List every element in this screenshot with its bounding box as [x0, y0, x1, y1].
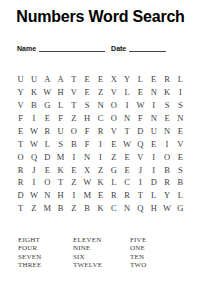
grid-cell-r5c4: U [54, 125, 67, 138]
grid-cell-r7c12: O [160, 150, 173, 163]
grid-cell-r9c7: K [94, 176, 107, 189]
grid-cell-r10c1: D [14, 189, 27, 202]
grid-cell-r7c2: Q [27, 150, 40, 163]
grid-cell-r3c8: O [107, 99, 120, 112]
grid-cell-r8c7: Z [94, 163, 107, 176]
grid-cell-r3c6: S [81, 99, 94, 112]
grid-cell-r6c2: W [27, 138, 40, 151]
grid-cell-r4c11: N [147, 112, 160, 125]
grid-cell-r3c10: W [134, 99, 147, 112]
grid-cell-r7c4: M [54, 150, 67, 163]
grid-cell-r10c2: W [27, 189, 40, 202]
grid-cell-r7c10: V [134, 150, 147, 163]
grid-cell-r8c9: E [120, 163, 133, 176]
grid-cell-r9c4: T [54, 176, 67, 189]
grid-cell-r10c12: Y [160, 189, 173, 202]
grid-cell-r1c1: U [14, 73, 27, 86]
grid-cell-r9c1: R [14, 176, 27, 189]
grid-cell-r6c10: Q [134, 138, 147, 151]
grid-cell-r1c2: U [27, 73, 40, 86]
grid-cell-r10c13: L [174, 189, 187, 202]
letter-grid: UUAATEEXYLERLYKWHVEZVLENKIVBGLTSNOIWISSF… [14, 73, 187, 215]
grid-cell-r11c13: G [174, 202, 187, 215]
word-three: THREE [18, 261, 73, 269]
grid-cell-r5c10: D [134, 125, 147, 138]
grid-cell-r6c1: T [14, 138, 27, 151]
grid-cell-r1c3: A [41, 73, 54, 86]
grid-cell-r10c3: N [41, 189, 54, 202]
grid-cell-r1c9: Y [120, 73, 133, 86]
grid-cell-r4c8: O [107, 112, 120, 125]
worksheet-page: Numbers Word Search Name Date UUAATEEXYL… [0, 0, 201, 282]
date-blank-line[interactable] [129, 44, 166, 52]
grid-cell-r9c3: O [41, 176, 54, 189]
grid-cell-r2c11: N [147, 86, 160, 99]
grid-cell-r10c7: E [94, 189, 107, 202]
grid-cell-r11c5: Z [67, 202, 80, 215]
grid-cell-r1c8: X [107, 73, 120, 86]
grid-cell-r8c6: X [81, 163, 94, 176]
grid-cell-r2c4: H [54, 86, 67, 99]
word-column-2: ELEVENNINESIXTWELVE [73, 236, 130, 270]
grid-cell-r3c11: I [147, 99, 160, 112]
grid-cell-r8c11: I [147, 163, 160, 176]
grid-cell-r4c13: N [174, 112, 187, 125]
word-ten: TEN [130, 253, 170, 261]
grid-cell-r8c8: G [107, 163, 120, 176]
grid-cell-r2c2: K [27, 86, 40, 99]
word-eleven: ELEVEN [73, 236, 130, 244]
grid-cell-r11c12: W [160, 202, 173, 215]
word-nine: NINE [73, 244, 130, 252]
grid-cell-r2c5: V [67, 86, 80, 99]
grid-cell-r7c8: Z [107, 150, 120, 163]
grid-cell-r3c3: G [41, 99, 54, 112]
word-seven: SEVEN [18, 253, 73, 261]
grid-cell-r6c8: E [107, 138, 120, 151]
grid-cell-r7c7: I [94, 150, 107, 163]
grid-cell-r6c3: L [41, 138, 54, 151]
grid-cell-r11c9: N [120, 202, 133, 215]
grid-cell-r9c8: L [107, 176, 120, 189]
word-five: FIVE [130, 236, 170, 244]
grid-cell-r6c13: V [174, 138, 187, 151]
grid-cell-r2c7: Z [94, 86, 107, 99]
grid-cell-r3c12: S [160, 99, 173, 112]
grid-cell-r4c4: F [54, 112, 67, 125]
grid-cell-r5c3: R [41, 125, 54, 138]
grid-cell-r5c2: W [27, 125, 40, 138]
grid-cell-r6c9: W [120, 138, 133, 151]
grid-cell-r4c10: F [134, 112, 147, 125]
grid-cell-r4c1: F [14, 112, 27, 125]
grid-cell-r1c13: L [174, 73, 187, 86]
word-two: TWO [130, 261, 170, 269]
grid-cell-r5c5: O [67, 125, 80, 138]
grid-cell-r8c1: R [14, 163, 27, 176]
grid-cell-r3c9: I [120, 99, 133, 112]
grid-cell-r2c6: E [81, 86, 94, 99]
grid-cell-r9c5: Z [67, 176, 80, 189]
grid-cell-r2c9: L [120, 86, 133, 99]
grid-cell-r7c6: N [81, 150, 94, 163]
grid-cell-r3c13: S [174, 99, 187, 112]
grid-cell-r1c5: T [67, 73, 80, 86]
grid-cell-r9c9: C [120, 176, 133, 189]
grid-cell-r7c3: D [41, 150, 54, 163]
grid-cell-r4c5: Z [67, 112, 80, 125]
grid-cell-r2c8: V [107, 86, 120, 99]
grid-cell-r9c2: I [27, 176, 40, 189]
grid-cell-r1c10: L [134, 73, 147, 86]
grid-cell-r11c3: M [41, 202, 54, 215]
grid-cell-r4c7: C [94, 112, 107, 125]
grid-cell-r7c9: E [120, 150, 133, 163]
grid-cell-r11c2: Z [27, 202, 40, 215]
grid-cell-r8c2: J [27, 163, 40, 176]
grid-cell-r11c4: B [54, 202, 67, 215]
grid-cell-r9c6: W [81, 176, 94, 189]
grid-cell-r4c9: N [120, 112, 133, 125]
grid-cell-r2c10: E [134, 86, 147, 99]
grid-cell-r3c1: V [14, 99, 27, 112]
grid-cell-r5c1: E [14, 125, 27, 138]
word-column-3: FIVEONETENTWO [130, 236, 170, 270]
grid-cell-r7c11: I [147, 150, 160, 163]
grid-cell-r4c2: I [27, 112, 40, 125]
grid-cell-r6c5: B [67, 138, 80, 151]
grid-cell-r8c5: E [67, 163, 80, 176]
grid-cell-r5c9: T [120, 125, 133, 138]
grid-cell-r7c5: I [67, 150, 80, 163]
word-column-1: EIGHTFOURSEVENTHREE [18, 236, 73, 270]
name-blank-line[interactable] [39, 44, 105, 52]
grid-cell-r10c4: H [54, 189, 67, 202]
grid-cell-r6c6: F [81, 138, 94, 151]
grid-cell-r9c12: R [160, 176, 173, 189]
grid-cell-r10c11: L [147, 189, 160, 202]
grid-cell-r11c11: H [147, 202, 160, 215]
grid-cell-r3c4: L [54, 99, 67, 112]
grid-cell-r8c4: K [54, 163, 67, 176]
grid-cell-r7c13: E [174, 150, 187, 163]
grid-cell-r11c7: K [94, 202, 107, 215]
grid-cell-r4c6: H [81, 112, 94, 125]
word-twelve: TWELVE [73, 261, 130, 269]
word-six: SIX [73, 253, 130, 261]
grid-cell-r1c6: E [81, 73, 94, 86]
page-title: Numbers Word Search [0, 8, 201, 26]
grid-cell-r1c7: E [94, 73, 107, 86]
grid-cell-r5c8: V [107, 125, 120, 138]
grid-cell-r11c8: C [107, 202, 120, 215]
grid-cell-r6c7: I [94, 138, 107, 151]
grid-cell-r2c13: I [174, 86, 187, 99]
grid-cell-r7c1: O [14, 150, 27, 163]
grid-cell-r11c6: B [81, 202, 94, 215]
word-list: EIGHTFOURSEVENTHREE ELEVENNINESIXTWELVE … [18, 236, 193, 270]
grid-cell-r3c5: T [67, 99, 80, 112]
grid-cell-r8c13: S [174, 163, 187, 176]
grid-cell-r2c1: Y [14, 86, 27, 99]
grid-cell-r10c8: R [107, 189, 120, 202]
grid-cell-r10c9: R [120, 189, 133, 202]
name-date-line: Name Date [17, 44, 191, 52]
word-one: ONE [130, 244, 170, 252]
grid-cell-r4c3: E [41, 112, 54, 125]
word-eight: EIGHT [18, 236, 73, 244]
grid-cell-r5c6: F [81, 125, 94, 138]
grid-cell-r3c2: B [27, 99, 40, 112]
grid-cell-r4c12: E [160, 112, 173, 125]
grid-cell-r5c12: N [160, 125, 173, 138]
grid-cell-r10c6: M [81, 189, 94, 202]
grid-cell-r5c13: E [174, 125, 187, 138]
grid-cell-r6c4: S [54, 138, 67, 151]
grid-cell-r10c5: I [67, 189, 80, 202]
grid-cell-r5c11: U [147, 125, 160, 138]
date-label: Date [111, 45, 126, 52]
grid-cell-r9c10: I [134, 176, 147, 189]
grid-cell-r11c10: Q [134, 202, 147, 215]
grid-cell-r9c11: D [147, 176, 160, 189]
name-label: Name [17, 45, 36, 52]
grid-cell-r2c3: W [41, 86, 54, 99]
grid-cell-r6c12: I [160, 138, 173, 151]
grid-cell-r9c13: B [174, 176, 187, 189]
word-four: FOUR [18, 244, 73, 252]
grid-cell-r5c7: R [94, 125, 107, 138]
grid-cell-r1c4: A [54, 73, 67, 86]
grid-cell-r1c12: R [160, 73, 173, 86]
grid-cell-r10c10: T [134, 189, 147, 202]
grid-cell-r11c1: T [14, 202, 27, 215]
grid-cell-r3c7: N [94, 99, 107, 112]
grid-cell-r1c11: E [147, 73, 160, 86]
grid-cell-r8c10: J [134, 163, 147, 176]
grid-cell-r2c12: K [160, 86, 173, 99]
grid-cell-r8c12: B [160, 163, 173, 176]
grid-cell-r8c3: E [41, 163, 54, 176]
grid-cell-r6c11: E [147, 138, 160, 151]
